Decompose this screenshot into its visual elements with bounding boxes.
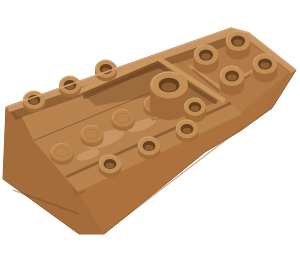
hollow-stud-hole-floor: [145, 145, 154, 151]
hollow-stud-hole-floor: [260, 62, 269, 68]
hollow-stud-hole-floor: [106, 163, 115, 169]
hollow-stud-hole-floor: [227, 74, 236, 80]
center-tube: [150, 72, 188, 121]
lego-brick-illustration: [0, 0, 300, 265]
hollow-stud-hole-floor: [233, 39, 242, 45]
hollow-stud-hole-floor: [30, 99, 38, 105]
hollow-stud-hole-floor: [201, 53, 210, 59]
product-photo-canvas: [0, 0, 300, 265]
center-tube-hole-floor: [162, 82, 177, 91]
hollow-stud-hole-floor: [183, 128, 192, 134]
hollow-stud-hole-floor: [191, 106, 199, 112]
